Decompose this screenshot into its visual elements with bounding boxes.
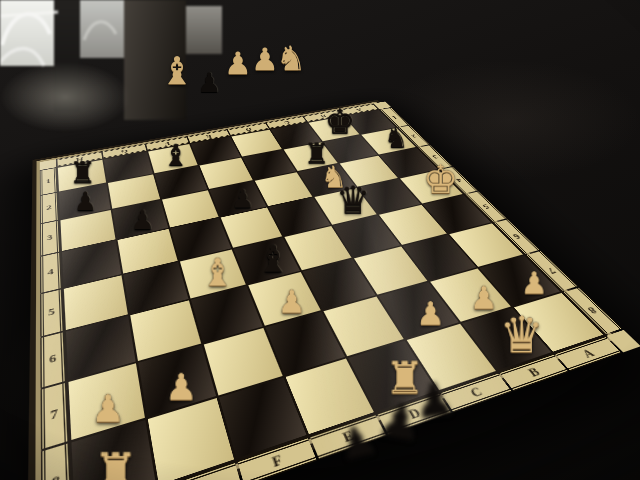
- piece-white-pawn-h7[interactable]: ♟: [73, 390, 144, 428]
- piece-white-pawn-c7[interactable]: ♟: [401, 298, 461, 330]
- piece-white-pawn-g7[interactable]: ♟: [147, 369, 216, 406]
- captured-white-pawn: ♟: [224, 48, 252, 79]
- rank-label-left-4: 4: [40, 253, 61, 293]
- piece-white-rook-h8[interactable]: ♜: [77, 446, 155, 480]
- piece-black-pawn-h2[interactable]: ♟: [62, 189, 110, 215]
- rank-label-left-6: 6: [41, 332, 66, 388]
- rank-label-left-1: 1: [40, 168, 57, 195]
- rank-label-left-2: 2: [40, 193, 59, 224]
- piece-white-king-a4[interactable]: ♚: [417, 160, 463, 200]
- piece-black-king-b1[interactable]: ♚: [320, 105, 360, 139]
- square-d4[interactable]: [269, 197, 331, 236]
- piece-black-bishop-e5[interactable]: ♝: [246, 240, 301, 277]
- captured-white-bishop: ♝: [160, 52, 194, 90]
- chess-board: HGFEDCBA1♜♝♚12♟♜♞23♟♟♞34♛♚45♝♝56♟67♟♟♟♟♟…: [40, 103, 610, 480]
- piece-white-bishop-f5[interactable]: ♝: [189, 253, 245, 291]
- piece-black-rook-h1[interactable]: ♜: [60, 158, 105, 188]
- rank-label-left-5: 5: [40, 289, 63, 336]
- piece-white-pawn-e6[interactable]: ♟: [262, 286, 321, 318]
- rank-label-left-3: 3: [40, 221, 60, 256]
- rank-label-left-8: 8: [41, 443, 72, 480]
- photo-frame: HGFEDCBA1♜♝♚12♟♜♞23♟♟♞34♛♚45♝♝56♟67♟♟♟♟♟…: [0, 0, 640, 480]
- captured-black-pawn: ♟: [197, 70, 221, 97]
- piece-black-bishop-f1[interactable]: ♝: [154, 141, 197, 170]
- captured-black-pawn: ♟: [412, 376, 458, 426]
- piece-black-knight-a2[interactable]: ♞: [376, 124, 417, 151]
- piece-white-queen-b8[interactable]: ♛: [490, 311, 554, 361]
- board-scene: HGFEDCBA1♜♝♚12♟♜♞23♟♟♞34♛♚45♝♝56♟67♟♟♟♟♟…: [0, 0, 640, 480]
- square-e6[interactable]: ♟: [248, 272, 321, 326]
- captured-white-knight: ♞: [276, 42, 306, 76]
- captured-white-pawn: ♟: [251, 44, 279, 75]
- piece-black-pawn-e3[interactable]: ♟: [219, 186, 267, 212]
- square-h7[interactable]: ♟: [68, 363, 144, 440]
- piece-black-queen-c4[interactable]: ♛: [329, 182, 377, 220]
- rank-label-left-7: 7: [41, 383, 69, 450]
- piece-black-pawn-g3[interactable]: ♟: [118, 207, 168, 234]
- piece-white-pawn-a7[interactable]: ♟: [506, 268, 563, 299]
